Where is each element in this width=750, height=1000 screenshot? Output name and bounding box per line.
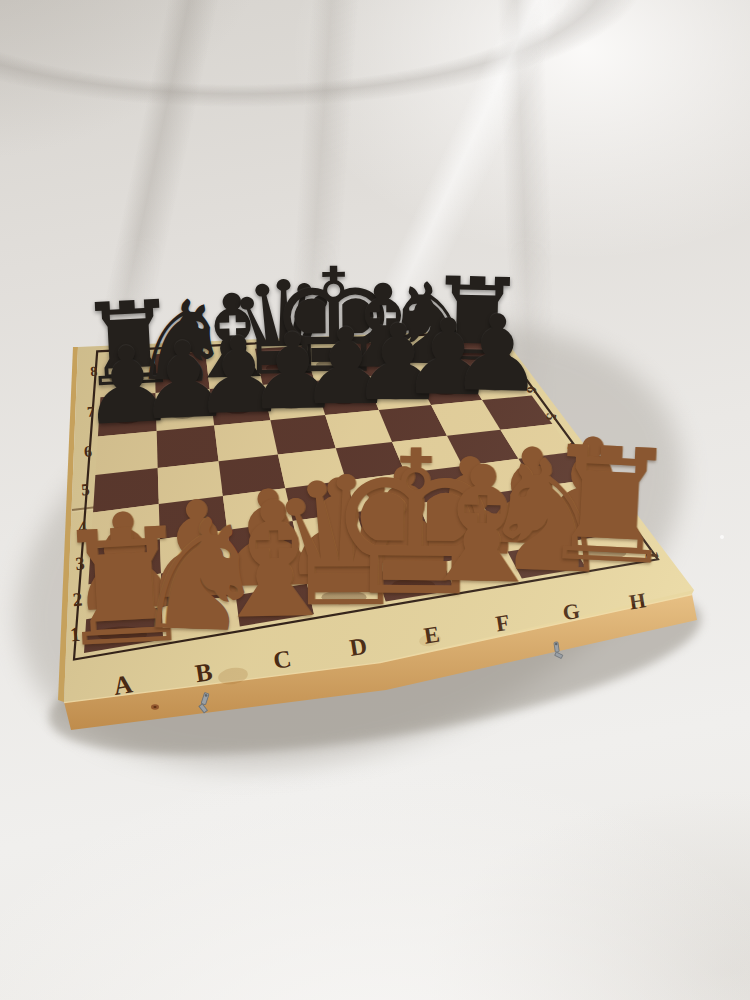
piece-white-rook-h1: ♜ xyxy=(535,423,683,587)
pieces-layer: ♜♞♝♛♚♝♞♜♟♟♟♟♟♟♟♟♟♟♟♟♟♟♟♟♜♞♝♛♚♝♞♜ xyxy=(0,0,750,1000)
piece-black-pawn-h7: ♟ xyxy=(449,300,546,407)
